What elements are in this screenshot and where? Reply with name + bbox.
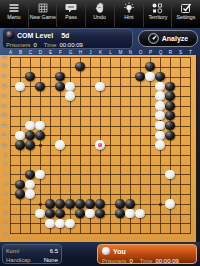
white-stone (155, 101, 164, 110)
row-label: 5 (0, 192, 7, 197)
white-stone (55, 140, 64, 149)
column-label: H (77, 50, 85, 55)
hoshi-point (39, 203, 42, 206)
handicap-value: None (44, 257, 58, 263)
com-player-panel: COM Level 5d Prisoners 0 Time 00:00:09 (2, 28, 133, 49)
speech-bubble-icon (65, 2, 77, 14)
row-label: 17 (0, 74, 7, 79)
white-stone (155, 111, 164, 120)
black-stone (55, 82, 64, 91)
black-stone (165, 131, 174, 140)
black-stone (75, 62, 84, 71)
black-stone (35, 82, 44, 91)
komi-value: 6.5 (50, 248, 58, 254)
white-stone (65, 91, 74, 100)
row-label: 6 (0, 182, 7, 187)
column-label: P (147, 50, 155, 55)
white-stone (85, 209, 94, 218)
row-label: 7 (0, 172, 7, 177)
grid-line (10, 155, 191, 156)
black-stone (15, 189, 24, 198)
you-time-value: 00:00:09 (156, 258, 179, 264)
white-stone (45, 219, 54, 228)
black-stone (95, 199, 104, 208)
hint-button[interactable]: Hint (115, 0, 144, 27)
white-stone-icon (102, 247, 110, 255)
white-stone (65, 219, 74, 228)
row-label: 14 (0, 104, 7, 109)
black-stone (165, 91, 174, 100)
black-stone-icon (6, 31, 14, 39)
black-stone (135, 72, 144, 81)
column-label: T (187, 50, 195, 55)
you-prisoners-value: 0 (129, 258, 132, 264)
com-rank: 5d (61, 32, 69, 39)
white-stone (145, 72, 154, 81)
white-stone (155, 121, 164, 130)
row-label: 10 (0, 143, 7, 148)
handicap-label: Handicap (6, 257, 31, 263)
black-stone (45, 209, 54, 218)
territory-label: Territory (148, 14, 167, 21)
black-stone (115, 209, 124, 218)
territory-button[interactable]: Territory (144, 0, 173, 27)
go-board[interactable]: ABCDEFGHJKLMNOPQRST191817161514131211109… (0, 50, 200, 242)
white-stone (25, 180, 34, 189)
black-stone (115, 199, 124, 208)
black-stone (155, 72, 164, 81)
column-label: E (47, 50, 55, 55)
column-label: F (57, 50, 65, 55)
white-stone (15, 82, 24, 91)
row-label: 9 (0, 153, 7, 158)
black-stone (165, 111, 174, 120)
black-stone (15, 140, 24, 149)
komi-label: Komi (6, 248, 19, 254)
com-prisoners-label: Prisoners (6, 42, 30, 48)
black-stone (55, 209, 64, 218)
column-label: N (127, 50, 135, 55)
checkbox-icon (180, 2, 192, 14)
hoshi-point (39, 144, 42, 147)
column-label: D (37, 50, 45, 55)
white-stone (15, 131, 24, 140)
row-label: 2 (0, 221, 7, 226)
column-label: S (177, 50, 185, 55)
black-stone (55, 199, 64, 208)
new-game-button[interactable]: New Game (29, 0, 58, 27)
white-stone (135, 209, 144, 218)
column-label: L (107, 50, 115, 55)
grid-line (10, 184, 191, 185)
black-stone (25, 170, 34, 179)
territory-stones-icon (151, 2, 163, 14)
black-stone (65, 199, 74, 208)
komi-panel: Komi 6.5 Handicap None (2, 244, 62, 264)
undo-label: Undo (94, 14, 106, 21)
you-player-name: You (113, 248, 126, 255)
hint-label: Hint (124, 14, 133, 21)
white-stone (65, 82, 74, 91)
white-stone (155, 140, 164, 149)
column-label: B (17, 50, 25, 55)
smartgo-app-screen: Menu New Game Pass Undo (0, 0, 200, 266)
menu-icon (8, 2, 20, 14)
new-game-label: New Game (30, 14, 56, 21)
black-stone (85, 199, 94, 208)
column-label: A (7, 50, 15, 55)
grid-line (10, 67, 191, 68)
grid-line (10, 223, 191, 224)
bottom-bar: Komi 6.5 Handicap None You Prisoners 0 T… (0, 242, 200, 266)
white-stone (125, 209, 134, 218)
column-label: R (167, 50, 175, 55)
com-player-name: COM Level (17, 32, 53, 39)
black-stone (25, 72, 34, 81)
white-stone (95, 82, 104, 91)
white-stone (95, 140, 104, 149)
analyze-gauge-icon (148, 33, 159, 44)
column-label: Q (157, 50, 165, 55)
white-stone (35, 170, 44, 179)
column-label: C (27, 50, 35, 55)
white-stone (55, 219, 64, 228)
hoshi-point (159, 203, 162, 206)
row-label: 4 (0, 201, 7, 206)
white-stone (25, 189, 34, 198)
grid-line (10, 165, 191, 166)
black-stone (95, 209, 104, 218)
analyze-button[interactable]: Analyze (138, 30, 198, 47)
row-label: 18 (0, 64, 7, 69)
row-label: 3 (0, 211, 7, 216)
you-time-label: Time (140, 258, 153, 264)
row-label: 1 (0, 231, 7, 236)
grid-icon (37, 2, 49, 14)
black-stone (35, 131, 44, 140)
black-stone (15, 180, 24, 189)
grid-line (10, 194, 191, 195)
grid-line (10, 233, 191, 234)
white-stone (155, 131, 164, 140)
white-stone (165, 199, 174, 208)
you-player-panel[interactable]: You Prisoners 0 Time 00:00:09 (97, 244, 197, 264)
white-stone (35, 121, 44, 130)
row-label: 12 (0, 123, 7, 128)
row-label: 15 (0, 94, 7, 99)
white-stone (165, 170, 174, 179)
last-move-marker (98, 143, 102, 147)
menu-label: Menu (7, 14, 20, 21)
com-prisoners-value: 0 (33, 42, 36, 48)
row-label: 11 (0, 133, 7, 138)
column-label: M (117, 50, 125, 55)
column-label: K (97, 50, 105, 55)
you-prisoners-label: Prisoners (102, 258, 126, 264)
column-label: O (137, 50, 145, 55)
com-time-value: 00:00:09 (60, 42, 83, 48)
black-stone (145, 62, 154, 71)
analyze-label: Analyze (162, 35, 188, 42)
hand-icon (94, 2, 106, 14)
black-stone (165, 101, 174, 110)
row-label: 8 (0, 162, 7, 167)
column-label: G (67, 50, 75, 55)
settings-label: Settings (177, 14, 196, 21)
white-stone (155, 91, 164, 100)
black-stone (55, 72, 64, 81)
black-stone (25, 140, 34, 149)
undo-button[interactable]: Undo (86, 0, 115, 27)
toolbar: Menu New Game Pass Undo (0, 0, 200, 28)
column-label: J (87, 50, 95, 55)
settings-button[interactable]: Settings (172, 0, 200, 27)
black-stone (75, 199, 84, 208)
pass-label: Pass (65, 14, 77, 21)
white-stone (25, 121, 34, 130)
black-stone (165, 82, 174, 91)
pass-button[interactable]: Pass (57, 0, 86, 27)
black-stone (25, 131, 34, 140)
lightbulb-icon (123, 2, 135, 14)
white-stone (155, 82, 164, 91)
black-stone (45, 199, 54, 208)
black-stone (75, 209, 84, 218)
row-label: 19 (0, 55, 7, 60)
black-stone (165, 121, 174, 130)
row-label: 13 (0, 113, 7, 118)
com-time-label: Time (44, 42, 57, 48)
row-label: 16 (0, 84, 7, 89)
white-stone (35, 209, 44, 218)
grid-line (10, 57, 191, 58)
menu-button[interactable]: Menu (0, 0, 29, 27)
black-stone (125, 199, 134, 208)
